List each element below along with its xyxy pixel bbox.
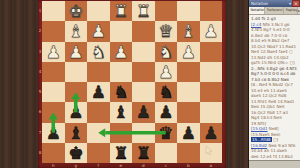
move-text[interactable]: Nf6 3.Nc3 g6 <box>261 22 289 27</box>
piece-bN-c5[interactable]: ♞ <box>155 82 178 102</box>
panel-footer <box>249 160 300 168</box>
square-g3[interactable]: ♟ <box>65 42 88 62</box>
move-text[interactable]: 6.Be2 d6 7.0-0 c6 <box>251 33 287 38</box>
panel-title: Notation <box>249 1 289 6</box>
square-e6[interactable]: ♝ <box>110 102 133 122</box>
square-c5[interactable]: ♞ <box>155 82 178 102</box>
move-text[interactable]: Ne4 12.Nxe4 fxe4 ○ <box>251 49 293 54</box>
piece-bK-g8[interactable]: ♚ <box>65 143 88 163</box>
piece-bB-g7[interactable]: ♝ <box>65 123 88 143</box>
square-c7[interactable]: ♛ <box>155 123 178 143</box>
square-h1[interactable] <box>42 1 65 21</box>
move-text[interactable]: [2.c4 <box>251 22 261 27</box>
square-e3[interactable]: ♟ <box>110 42 133 62</box>
notation-line[interactable]: de6 12.e4 f4 13.Bb2 <box>251 154 300 160</box>
piece-bP-d6[interactable]: ♟ <box>132 102 155 122</box>
file-label-g: g <box>65 163 88 168</box>
square-d5[interactable] <box>132 82 155 102</box>
move-text[interactable]: Ne8] <box>268 126 279 131</box>
piece-wB-b2[interactable]: ♝ <box>177 21 200 41</box>
piece-wN-f3[interactable]: ♞ <box>87 42 110 62</box>
square-d8[interactable]: ♜ <box>132 143 155 163</box>
square-e1[interactable]: ♜ <box>110 1 133 21</box>
square-a4[interactable] <box>200 62 223 82</box>
piece-wB-g2[interactable]: ♝ <box>65 21 88 41</box>
square-c3[interactable]: ♞ <box>155 42 178 62</box>
square-d3[interactable] <box>132 42 155 62</box>
tab-notation[interactable]: Notation <box>249 7 265 14</box>
square-f7[interactable] <box>87 123 110 143</box>
piece-wP-f2[interactable]: ♟ <box>87 21 110 41</box>
square-b3[interactable]: ♟ <box>177 42 200 62</box>
file-label-c: c <box>155 163 178 168</box>
piece-bP-h7[interactable]: ♟ <box>42 123 65 143</box>
move-text[interactable]: 10.b4 a5 11.dxe5 <box>251 148 287 153</box>
piece-bB-e6[interactable]: ♝ <box>110 102 133 122</box>
tab-reference[interactable]: Reference <box>265 7 284 14</box>
piece-bR-d8[interactable]: ♜ <box>132 143 155 163</box>
piece-wP-c4[interactable]: ♟ <box>155 62 178 82</box>
move-text[interactable]: [16.Bd2 <box>251 143 267 148</box>
close-icon[interactable]: × <box>292 0 300 7</box>
move-text[interactable]: 1.d4 f5 2.g3 <box>251 16 276 21</box>
piece-wP-h3[interactable]: ♟ <box>42 42 65 62</box>
square-f8[interactable] <box>87 143 110 163</box>
square-h3[interactable]: ♟ <box>42 42 65 62</box>
move-text[interactable]: 13.Rfd1 Re8 14.Rad1 <box>251 99 294 104</box>
square-c1[interactable] <box>155 1 178 21</box>
move-text[interactable]: de6 12.e4 f4 13.Bb2 <box>251 154 293 159</box>
square-f6[interactable] <box>87 102 110 122</box>
square-e4[interactable] <box>110 62 133 82</box>
square-a8[interactable] <box>200 143 223 163</box>
move-text[interactable]: [15.Qd1 <box>251 126 268 131</box>
square-g1[interactable]: ♚ <box>65 1 88 21</box>
file-label-b: b <box>177 163 200 168</box>
square-d2[interactable] <box>132 21 155 41</box>
chess-app-window: 12345678 hgfedcba ♚♜♜♝♟♛♝♟♟♟♞♟♞♟♟♟♞♞♟♝♟♟… <box>0 0 300 168</box>
square-e5[interactable]: ♞ <box>110 82 133 102</box>
piece-wR-d1[interactable]: ♜ <box>132 1 155 21</box>
tab-replay[interactable]: Replay <box>284 7 298 14</box>
square-b5[interactable] <box>177 82 200 102</box>
square-f3[interactable]: ♞ <box>87 42 110 62</box>
move-text[interactable]: (15.Nxe5 Be6) <box>251 132 280 137</box>
piece-wP-b3[interactable]: ♟ <box>177 42 200 62</box>
square-d7[interactable] <box>132 123 155 143</box>
square-e8[interactable]: ♜ <box>110 143 133 163</box>
square-b6[interactable] <box>177 102 200 122</box>
square-g4[interactable] <box>65 62 88 82</box>
move-text[interactable]: Ne6 9.a3 Nf6 <box>267 143 295 148</box>
move-text[interactable]: Ng4 18.h3 Ne5 <box>251 115 282 120</box>
move-text[interactable]: 4.Nf3 Bg7 5.e3 0-0 <box>251 27 290 32</box>
square-a1[interactable] <box>200 1 223 21</box>
notation-body[interactable]: 1.d4 f5 2.g3[2.c4 Nf6 3.Nc3 g64.Nf3 Bg7 … <box>249 15 300 161</box>
chess-board[interactable]: ♚♜♜♝♟♛♝♟♟♟♞♟♞♟♟♟♞♞♟♝♟♟♟♝♛♟♟♚♜♜ <box>42 1 222 163</box>
square-d4[interactable] <box>132 62 155 82</box>
piece-bR-e8[interactable]: ♜ <box>110 143 133 163</box>
move-text[interactable]: 19.Nf5] <box>251 121 266 126</box>
square-g5[interactable] <box>65 82 88 102</box>
move-text[interactable]: 16.Qc2 Rb8 17.a3 <box>251 110 288 115</box>
square-h4[interactable] <box>42 62 65 82</box>
square-a5[interactable] <box>200 82 223 102</box>
notation-panel: Notation ▾ × NotationReferenceReplay▸ 1.… <box>248 0 300 168</box>
square-a3[interactable] <box>200 42 223 62</box>
square-h7[interactable]: ♟ <box>42 123 65 143</box>
move-text[interactable]: 10.e3 e5 11.dxe5 <box>251 88 287 93</box>
square-b1[interactable] <box>177 1 200 21</box>
piece-wR-e1[interactable]: ♜ <box>110 1 133 21</box>
square-a2[interactable]: ♟ <box>200 21 223 41</box>
piece-bN-e5[interactable]: ♞ <box>110 82 133 102</box>
move-text[interactable]: ○] <box>272 137 278 142</box>
piece-wQ-c2[interactable]: ♛ <box>155 21 178 41</box>
square-e7[interactable] <box>110 123 133 143</box>
square-c2[interactable]: ♛ <box>155 21 178 41</box>
move-text[interactable]: 8.b4 e5 9.Bb2 Qe7 <box>251 38 289 43</box>
selected-move[interactable]: 15...Rfd8 <box>251 137 272 142</box>
square-b4[interactable] <box>177 62 200 82</box>
square-h5[interactable] <box>42 82 65 102</box>
move-text[interactable]: Be6 15.Qb1 Ne5 <box>251 104 285 109</box>
piece-wK-g1[interactable]: ♚ <box>65 1 88 21</box>
piece-bQ-c7[interactable]: ♛ <box>155 123 178 143</box>
file-labels: hgfedcba <box>42 163 222 168</box>
square-c6[interactable]: ♟ <box>155 102 178 122</box>
square-b2[interactable]: ♝ <box>177 21 200 41</box>
square-f4[interactable] <box>87 62 110 82</box>
move-text[interactable]: [8...Ne4 9.Nbd2 Qc7 <box>251 82 293 87</box>
piece-wP-g3[interactable]: ♟ <box>65 42 88 62</box>
square-h2[interactable] <box>42 21 65 41</box>
piece-wP-e3[interactable]: ♟ <box>110 42 133 62</box>
square-c8[interactable] <box>155 143 178 163</box>
file-label-a: a <box>200 163 223 168</box>
move-text[interactable]: dxe5 12.Qc2 Rd8 <box>251 93 286 98</box>
square-h6[interactable] <box>42 102 65 122</box>
square-b7[interactable]: ♟ <box>177 123 200 143</box>
piece-bP-f5[interactable]: ♟ <box>87 82 110 102</box>
square-g6[interactable]: ♟ <box>65 102 88 122</box>
square-g8[interactable]: ♚ <box>65 143 88 163</box>
piece-bP-b7[interactable]: ♟ <box>177 123 200 143</box>
file-label-f: f <box>87 163 110 168</box>
square-c4[interactable]: ♟ <box>155 62 178 82</box>
piece-bP-a7[interactable]: ♟ <box>200 123 223 143</box>
square-f5[interactable]: ♟ <box>87 82 110 102</box>
move-text[interactable]: Bg7 5.0-0 0-0 6.c4 d6 <box>251 71 295 76</box>
square-b8[interactable] <box>177 143 200 163</box>
panel-titlebar: Notation ▾ × <box>249 0 300 7</box>
panel-tab-row: NotationReferenceReplay▸ <box>249 7 300 15</box>
square-h8[interactable] <box>42 143 65 163</box>
move-text[interactable]: 7.b3 c6 8.Bb2 Na6 <box>251 77 289 82</box>
file-label-d: d <box>132 163 155 168</box>
square-d1[interactable]: ♜ <box>132 1 155 21</box>
move-text[interactable]: 2...Nf6 3.Bg2 g6 4.Nf3 <box>251 66 297 71</box>
piece-bP-c6[interactable]: ♟ <box>155 102 178 122</box>
piece-wP-a2[interactable]: ♟ <box>200 21 223 41</box>
tab-overflow-arrow[interactable]: ▸ <box>298 7 300 14</box>
square-f1[interactable] <box>87 1 110 21</box>
square-e2[interactable] <box>110 21 133 41</box>
move-text[interactable]: 10.Qc2 Nbd7 11.Rad1 <box>251 44 296 49</box>
piece-bP-g6[interactable]: ♟ <box>65 102 88 122</box>
square-f2[interactable]: ♟ <box>87 21 110 41</box>
square-g2[interactable]: ♝ <box>65 21 88 41</box>
square-d6[interactable]: ♟ <box>132 102 155 122</box>
file-label-e: e <box>110 163 133 168</box>
square-g7[interactable]: ♝ <box>65 123 88 143</box>
square-a6[interactable] <box>200 102 223 122</box>
piece-wN-c3[interactable]: ♞ <box>155 42 178 62</box>
move-text[interactable]: gxf5 15.Nh4 Qf6= ○] <box>251 60 295 65</box>
square-a7[interactable]: ♟ <box>200 123 223 143</box>
move-text[interactable]: 13.Nd2 d5 14.Qb2 <box>251 55 289 60</box>
file-label-h: h <box>42 163 65 168</box>
